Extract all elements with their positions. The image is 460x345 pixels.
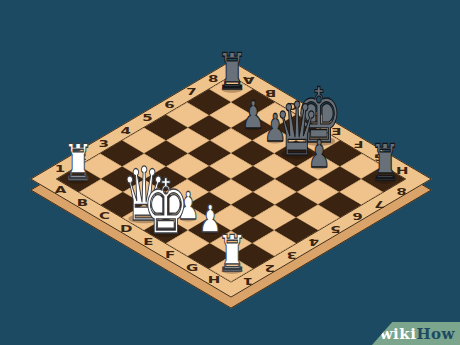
wikihow-badge: wikiHow: [372, 322, 460, 345]
black-pawn-c7[interactable]: ♟: [242, 96, 265, 134]
rank-label-left-3: 3: [99, 139, 109, 148]
white-king-e1[interactable]: ♚: [143, 168, 189, 244]
badge-text-wiki: wiki: [380, 325, 417, 343]
badge-text-how: How: [416, 325, 455, 343]
black-pawn-f7[interactable]: ♟: [308, 135, 331, 173]
rank-label-right-6: 6: [353, 211, 363, 220]
file-label-bottom-c: C: [99, 211, 110, 220]
white-rook-h1[interactable]: ♜: [216, 229, 246, 279]
rank-label-right-5: 5: [331, 224, 341, 233]
file-label-bottom-g: G: [186, 263, 198, 272]
rank-label-left-4: 4: [121, 126, 131, 135]
rank-label-right-2: 2: [265, 263, 275, 272]
rank-label-left-6: 6: [165, 101, 175, 110]
rank-label-left-5: 5: [143, 113, 153, 122]
rank-label-right-3: 3: [287, 250, 297, 259]
rank-label-right-4: 4: [309, 237, 319, 246]
rank-label-right-7: 7: [375, 199, 385, 208]
file-label-bottom-b: B: [76, 199, 87, 208]
white-rook-a1[interactable]: ♜: [63, 138, 93, 188]
illustration-canvas: 88AA77BB66CC55DD44EE33FF22GG11HH ♜♟♚♟♛♟♜…: [0, 0, 460, 345]
file-label-top-f: F: [353, 139, 363, 148]
file-label-bottom-f: F: [165, 250, 175, 259]
black-rook-h8[interactable]: ♜: [370, 138, 400, 188]
rank-label-left-7: 7: [187, 88, 197, 97]
black-rook-a8[interactable]: ♜: [216, 47, 246, 97]
